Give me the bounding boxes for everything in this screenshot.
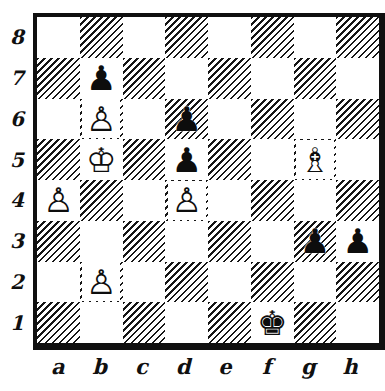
square-a4[interactable]: ♙ — [37, 180, 80, 221]
file-label-f: f — [246, 350, 288, 382]
file-label-a: a — [37, 350, 79, 382]
square-d1[interactable] — [165, 302, 208, 343]
square-c8[interactable] — [123, 17, 166, 58]
black-king-f1[interactable]: ♚ — [254, 304, 290, 341]
square-a5[interactable] — [37, 139, 80, 180]
rank-label-1: 1 — [4, 302, 30, 343]
square-h5[interactable] — [336, 139, 379, 180]
square-c1[interactable] — [123, 302, 166, 343]
square-a3[interactable] — [37, 221, 80, 262]
white-pawn-b2[interactable]: ♙ — [83, 263, 119, 300]
square-e4[interactable] — [208, 180, 251, 221]
square-b4[interactable] — [80, 180, 123, 221]
square-b2[interactable]: ♙ — [80, 262, 123, 303]
square-b6[interactable]: ♙ — [80, 99, 123, 140]
rank-label-3: 3 — [4, 221, 30, 262]
square-c4[interactable] — [123, 180, 166, 221]
file-label-d: d — [162, 350, 204, 382]
square-d6[interactable]: ♟ — [165, 99, 208, 140]
white-pawn-d4[interactable]: ♙ — [169, 182, 205, 219]
square-c5[interactable] — [123, 139, 166, 180]
square-h1[interactable] — [336, 302, 379, 343]
rank-label-7: 7 — [4, 58, 30, 99]
white-bishop-g5[interactable]: ♗ — [297, 141, 333, 178]
file-label-b: b — [79, 350, 121, 382]
square-f2[interactable] — [251, 262, 294, 303]
square-e7[interactable] — [208, 58, 251, 99]
black-pawn-d5[interactable]: ♟ — [169, 141, 205, 178]
square-c2[interactable] — [123, 262, 166, 303]
square-g4[interactable] — [294, 180, 337, 221]
square-b7[interactable]: ♟ — [80, 58, 123, 99]
square-d7[interactable] — [165, 58, 208, 99]
white-pawn-a4[interactable]: ♙ — [40, 182, 76, 219]
square-f8[interactable] — [251, 17, 294, 58]
square-h4[interactable] — [336, 180, 379, 221]
square-c7[interactable] — [123, 58, 166, 99]
square-g1[interactable] — [294, 302, 337, 343]
rank-label-2: 2 — [4, 262, 30, 303]
file-label-e: e — [204, 350, 246, 382]
square-a7[interactable] — [37, 58, 80, 99]
rank-label-4: 4 — [4, 180, 30, 221]
square-g7[interactable] — [294, 58, 337, 99]
square-b8[interactable] — [80, 17, 123, 58]
square-f3[interactable] — [251, 221, 294, 262]
chess-board: ♟♙♟♔♟♗♙♙♟♟♙♚ — [33, 13, 385, 350]
file-label-h: h — [329, 350, 371, 382]
square-b3[interactable] — [80, 221, 123, 262]
square-a6[interactable] — [37, 99, 80, 140]
square-f5[interactable] — [251, 139, 294, 180]
chess-diagram: 87654321 ♟♙♟♔♟♗♙♙♟♟♙♚ abcdefgh — [0, 0, 385, 391]
white-pawn-b6[interactable]: ♙ — [83, 100, 119, 137]
square-e2[interactable] — [208, 262, 251, 303]
square-b5[interactable]: ♔ — [80, 139, 123, 180]
rank-label-8: 8 — [4, 17, 30, 58]
square-e6[interactable] — [208, 99, 251, 140]
file-label-c: c — [121, 350, 163, 382]
square-h8[interactable] — [336, 17, 379, 58]
square-a2[interactable] — [37, 262, 80, 303]
black-pawn-b7[interactable]: ♟ — [83, 60, 119, 97]
square-g8[interactable] — [294, 17, 337, 58]
square-h6[interactable] — [336, 99, 379, 140]
square-h3[interactable]: ♟ — [336, 221, 379, 262]
square-e3[interactable] — [208, 221, 251, 262]
square-d5[interactable]: ♟ — [165, 139, 208, 180]
square-f4[interactable] — [251, 180, 294, 221]
square-b1[interactable] — [80, 302, 123, 343]
square-f6[interactable] — [251, 99, 294, 140]
square-d8[interactable] — [165, 17, 208, 58]
square-f1[interactable]: ♚ — [251, 302, 294, 343]
file-labels: abcdefgh — [37, 350, 371, 382]
black-pawn-h3[interactable]: ♟ — [340, 223, 376, 260]
square-g6[interactable] — [294, 99, 337, 140]
white-king-b5[interactable]: ♔ — [83, 141, 119, 178]
square-d2[interactable] — [165, 262, 208, 303]
rank-label-5: 5 — [4, 139, 30, 180]
square-d4[interactable]: ♙ — [165, 180, 208, 221]
square-d3[interactable] — [165, 221, 208, 262]
square-a8[interactable] — [37, 17, 80, 58]
square-e8[interactable] — [208, 17, 251, 58]
square-g5[interactable]: ♗ — [294, 139, 337, 180]
square-a1[interactable] — [37, 302, 80, 343]
black-pawn-d6[interactable]: ♟ — [171, 102, 201, 136]
black-pawn-g3[interactable]: ♟ — [300, 224, 330, 258]
rank-labels: 87654321 — [4, 17, 30, 343]
square-c6[interactable] — [123, 99, 166, 140]
rank-label-6: 6 — [4, 99, 30, 140]
square-e1[interactable] — [208, 302, 251, 343]
square-g2[interactable] — [294, 262, 337, 303]
square-h7[interactable] — [336, 58, 379, 99]
square-c3[interactable] — [123, 221, 166, 262]
square-h2[interactable] — [336, 262, 379, 303]
file-label-g: g — [288, 350, 330, 382]
square-g3[interactable]: ♟ — [294, 221, 337, 262]
square-f7[interactable] — [251, 58, 294, 99]
square-e5[interactable] — [208, 139, 251, 180]
